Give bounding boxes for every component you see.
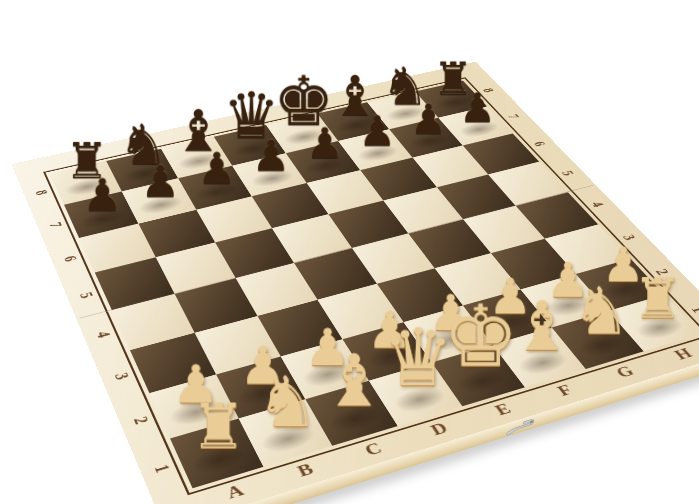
black-pawn[interactable]: ♟	[59, 173, 146, 218]
product-photo-stage: ♜♞♝♛♚♝♞♜♟♟♟♟♟♟♟♟♟♟♟♟♟♟♟♟♜♞♝♛♚♝♞♜ ABCDEFG…	[0, 0, 699, 504]
rank-label-left-5: 5	[76, 291, 96, 301]
file-label-d: D	[427, 419, 451, 439]
file-label-b: B	[294, 459, 317, 480]
file-label-h: H	[670, 345, 696, 363]
rank-label-left-8: 8	[32, 189, 51, 197]
rank-label-left-2: 2	[129, 415, 152, 427]
rank-label-right-4: 4	[587, 200, 606, 208]
rank-label-left-7: 7	[45, 221, 64, 229]
rank-label-right-5: 5	[558, 170, 576, 178]
rank-label-left-1: 1	[150, 463, 174, 476]
white-rook[interactable]: ♜	[165, 396, 272, 458]
file-label-c: C	[361, 439, 385, 460]
rank-label-left-3: 3	[110, 371, 132, 382]
metal-clasp-icon	[502, 415, 540, 438]
file-label-g: G	[612, 362, 638, 381]
rank-label-left-6: 6	[60, 255, 80, 264]
chess-board: ♜♞♝♛♚♝♞♜♟♟♟♟♟♟♟♟♟♟♟♟♟♟♟♟♜♞♝♛♚♝♞♜ ABCDEFG…	[12, 62, 699, 504]
rank-label-right-6: 6	[530, 141, 548, 148]
file-label-a: A	[223, 480, 247, 502]
square-f4[interactable]	[408, 219, 490, 268]
file-label-e: E	[491, 400, 514, 419]
rank-label-left-4: 4	[92, 329, 113, 339]
file-label-f: F	[553, 381, 576, 399]
